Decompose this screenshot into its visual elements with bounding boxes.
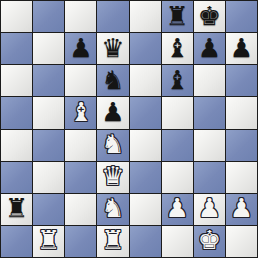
square-c5[interactable]: ♝ bbox=[65, 97, 96, 128]
square-e5[interactable] bbox=[130, 97, 161, 128]
square-e2[interactable] bbox=[130, 194, 161, 225]
square-g6[interactable] bbox=[194, 65, 225, 96]
square-h5[interactable] bbox=[226, 97, 257, 128]
square-f2[interactable]: ♟ bbox=[162, 194, 193, 225]
piece-white-bishop[interactable]: ♝ bbox=[69, 99, 92, 125]
piece-black-pawn[interactable]: ♟ bbox=[101, 99, 124, 125]
piece-black-rook[interactable]: ♜ bbox=[166, 3, 189, 29]
square-d8[interactable] bbox=[97, 1, 128, 32]
piece-white-pawn[interactable]: ♟ bbox=[166, 195, 189, 221]
piece-black-knight[interactable]: ♞ bbox=[101, 67, 124, 93]
square-h1[interactable] bbox=[226, 226, 257, 257]
square-h3[interactable] bbox=[226, 162, 257, 193]
square-c4[interactable] bbox=[65, 130, 96, 161]
square-e7[interactable] bbox=[130, 33, 161, 64]
square-e8[interactable] bbox=[130, 1, 161, 32]
square-h6[interactable] bbox=[226, 65, 257, 96]
square-c3[interactable] bbox=[65, 162, 96, 193]
square-g1[interactable]: ♚ bbox=[194, 226, 225, 257]
square-e1[interactable] bbox=[130, 226, 161, 257]
square-g4[interactable] bbox=[194, 130, 225, 161]
square-b7[interactable] bbox=[33, 33, 64, 64]
square-a6[interactable] bbox=[1, 65, 32, 96]
square-g3[interactable] bbox=[194, 162, 225, 193]
square-d2[interactable]: ♞ bbox=[97, 194, 128, 225]
square-a5[interactable] bbox=[1, 97, 32, 128]
square-h2[interactable]: ♟ bbox=[226, 194, 257, 225]
piece-black-bishop[interactable]: ♝ bbox=[166, 67, 189, 93]
square-d4[interactable]: ♞ bbox=[97, 130, 128, 161]
square-a2[interactable]: ♜ bbox=[1, 194, 32, 225]
piece-black-pawn[interactable]: ♟ bbox=[230, 35, 253, 61]
square-b8[interactable] bbox=[33, 1, 64, 32]
piece-white-pawn[interactable]: ♟ bbox=[198, 195, 221, 221]
square-f4[interactable] bbox=[162, 130, 193, 161]
square-b3[interactable] bbox=[33, 162, 64, 193]
square-g5[interactable] bbox=[194, 97, 225, 128]
square-h7[interactable]: ♟ bbox=[226, 33, 257, 64]
square-g7[interactable]: ♟ bbox=[194, 33, 225, 64]
square-b1[interactable]: ♜ bbox=[33, 226, 64, 257]
square-g8[interactable]: ♚ bbox=[194, 1, 225, 32]
piece-black-queen[interactable]: ♛ bbox=[101, 35, 124, 61]
square-e6[interactable] bbox=[130, 65, 161, 96]
piece-black-pawn[interactable]: ♟ bbox=[198, 35, 221, 61]
square-c1[interactable] bbox=[65, 226, 96, 257]
piece-black-king[interactable]: ♚ bbox=[198, 3, 221, 29]
square-c7[interactable]: ♟ bbox=[65, 33, 96, 64]
square-a4[interactable] bbox=[1, 130, 32, 161]
square-e4[interactable] bbox=[130, 130, 161, 161]
square-h8[interactable] bbox=[226, 1, 257, 32]
piece-white-rook[interactable]: ♜ bbox=[101, 227, 124, 253]
square-a3[interactable] bbox=[1, 162, 32, 193]
square-c2[interactable] bbox=[65, 194, 96, 225]
square-b5[interactable] bbox=[33, 97, 64, 128]
piece-black-rook[interactable]: ♜ bbox=[5, 195, 28, 221]
square-d7[interactable]: ♛ bbox=[97, 33, 128, 64]
square-f7[interactable]: ♝ bbox=[162, 33, 193, 64]
square-b2[interactable] bbox=[33, 194, 64, 225]
square-c6[interactable] bbox=[65, 65, 96, 96]
square-e3[interactable] bbox=[130, 162, 161, 193]
piece-white-knight[interactable]: ♞ bbox=[101, 131, 124, 157]
square-f6[interactable]: ♝ bbox=[162, 65, 193, 96]
square-d1[interactable]: ♜ bbox=[97, 226, 128, 257]
square-f3[interactable] bbox=[162, 162, 193, 193]
chess-board: ♜♚♟♛♝♟♟♞♝♝♟♞♛♜♞♟♟♟♜♜♚ bbox=[0, 0, 258, 258]
piece-white-pawn[interactable]: ♟ bbox=[230, 195, 253, 221]
square-f1[interactable] bbox=[162, 226, 193, 257]
square-d5[interactable]: ♟ bbox=[97, 97, 128, 128]
square-c8[interactable] bbox=[65, 1, 96, 32]
piece-black-pawn[interactable]: ♟ bbox=[69, 35, 92, 61]
square-f8[interactable]: ♜ bbox=[162, 1, 193, 32]
square-b6[interactable] bbox=[33, 65, 64, 96]
square-d6[interactable]: ♞ bbox=[97, 65, 128, 96]
square-h4[interactable] bbox=[226, 130, 257, 161]
piece-white-knight[interactable]: ♞ bbox=[101, 195, 124, 221]
piece-black-bishop[interactable]: ♝ bbox=[166, 35, 189, 61]
piece-white-king[interactable]: ♚ bbox=[198, 227, 221, 253]
piece-white-rook[interactable]: ♜ bbox=[37, 227, 60, 253]
square-a1[interactable] bbox=[1, 226, 32, 257]
piece-white-queen[interactable]: ♛ bbox=[101, 163, 124, 189]
square-b4[interactable] bbox=[33, 130, 64, 161]
square-g2[interactable]: ♟ bbox=[194, 194, 225, 225]
square-f5[interactable] bbox=[162, 97, 193, 128]
square-a8[interactable] bbox=[1, 1, 32, 32]
square-a7[interactable] bbox=[1, 33, 32, 64]
square-d3[interactable]: ♛ bbox=[97, 162, 128, 193]
